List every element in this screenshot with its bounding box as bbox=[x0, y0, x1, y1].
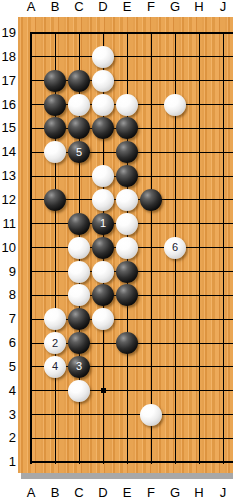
stone-black-D15 bbox=[92, 117, 114, 139]
bottom-col-label-A: A bbox=[23, 486, 39, 500]
grid-hline-1 bbox=[30, 461, 233, 463]
bottom-col-label-G: G bbox=[167, 486, 183, 500]
stone-black-E13 bbox=[116, 165, 138, 187]
stone-white-C8 bbox=[68, 284, 90, 306]
grid-hline-18 bbox=[30, 56, 233, 57]
stone-black-C5: 3 bbox=[68, 356, 90, 378]
grid-vline-H bbox=[199, 32, 200, 464]
row-label-2: 2 bbox=[0, 431, 16, 445]
top-col-label-G: G bbox=[167, 0, 183, 14]
go-board[interactable]: 516243 bbox=[18, 17, 233, 473]
stone-white-D9 bbox=[92, 261, 114, 283]
board-drop-shadow bbox=[21, 473, 233, 479]
bottom-col-label-D: D bbox=[95, 486, 111, 500]
top-col-label-F: F bbox=[143, 0, 159, 14]
top-col-label-B: B bbox=[47, 0, 63, 14]
move-number-1: 1 bbox=[100, 218, 106, 229]
stone-white-D16 bbox=[92, 94, 114, 116]
stone-white-B5: 4 bbox=[44, 356, 66, 378]
row-label-9: 9 bbox=[0, 265, 16, 279]
row-label-19: 19 bbox=[0, 26, 16, 40]
row-label-8: 8 bbox=[0, 288, 16, 302]
move-number-4: 4 bbox=[52, 361, 58, 372]
stone-white-E11 bbox=[116, 213, 138, 235]
top-col-label-E: E bbox=[119, 0, 135, 14]
stone-black-E8 bbox=[116, 284, 138, 306]
top-col-label-C: C bbox=[71, 0, 87, 14]
grid-hline-4 bbox=[30, 390, 233, 391]
go-diagram: 516243 AABBCCDDEEFFGGHHJJ191817161514131… bbox=[0, 0, 233, 500]
row-label-10: 10 bbox=[0, 241, 16, 255]
move-number-2: 2 bbox=[52, 338, 58, 349]
stone-white-C9 bbox=[68, 261, 90, 283]
stone-white-B7 bbox=[44, 308, 66, 330]
bottom-col-label-H: H bbox=[191, 486, 207, 500]
row-label-16: 16 bbox=[0, 98, 16, 112]
stone-black-C7 bbox=[68, 308, 90, 330]
stone-white-G16 bbox=[164, 94, 186, 116]
bottom-col-label-C: C bbox=[71, 486, 87, 500]
star-point-D4 bbox=[101, 388, 106, 393]
stone-black-B16 bbox=[44, 94, 66, 116]
stone-black-F12 bbox=[140, 189, 162, 211]
top-col-label-H: H bbox=[191, 0, 207, 14]
grid-hline-3 bbox=[30, 414, 233, 415]
stone-black-C6 bbox=[68, 332, 90, 354]
stone-black-D10 bbox=[92, 237, 114, 259]
row-label-7: 7 bbox=[0, 312, 16, 326]
stone-white-G10: 6 bbox=[164, 237, 186, 259]
stone-white-E12 bbox=[116, 189, 138, 211]
row-label-6: 6 bbox=[0, 336, 16, 350]
stone-white-C10 bbox=[68, 237, 90, 259]
stone-black-B15 bbox=[44, 117, 66, 139]
stone-white-E10 bbox=[116, 237, 138, 259]
stone-black-E15 bbox=[116, 117, 138, 139]
row-label-17: 17 bbox=[0, 74, 16, 88]
stone-black-D11: 1 bbox=[92, 213, 114, 235]
stone-black-C17 bbox=[68, 70, 90, 92]
row-label-14: 14 bbox=[0, 145, 16, 159]
bottom-col-label-B: B bbox=[47, 486, 63, 500]
grid-vline-J bbox=[223, 32, 224, 464]
stone-black-B17 bbox=[44, 70, 66, 92]
stone-black-C14: 5 bbox=[68, 141, 90, 163]
stone-black-D8 bbox=[92, 284, 114, 306]
grid-vline-F bbox=[151, 32, 152, 464]
stone-black-E6 bbox=[116, 332, 138, 354]
row-label-13: 13 bbox=[0, 169, 16, 183]
stone-white-C4 bbox=[68, 380, 90, 402]
stone-white-D7 bbox=[92, 308, 114, 330]
stone-white-C16 bbox=[68, 94, 90, 116]
row-label-3: 3 bbox=[0, 408, 16, 422]
stone-white-D17 bbox=[92, 70, 114, 92]
grid-vline-A bbox=[30, 32, 32, 464]
stone-white-D12 bbox=[92, 189, 114, 211]
row-label-1: 1 bbox=[0, 455, 16, 469]
stone-black-B12 bbox=[44, 189, 66, 211]
row-label-11: 11 bbox=[0, 217, 16, 231]
top-col-label-A: A bbox=[23, 0, 39, 14]
stone-white-B14 bbox=[44, 141, 66, 163]
move-number-3: 3 bbox=[76, 361, 82, 372]
bottom-col-label-E: E bbox=[119, 486, 135, 500]
grid-hline-19 bbox=[30, 32, 233, 34]
row-label-4: 4 bbox=[0, 384, 16, 398]
bottom-col-label-J: J bbox=[215, 486, 231, 500]
grid-hline-2 bbox=[30, 438, 233, 439]
top-col-label-D: D bbox=[95, 0, 111, 14]
stone-black-E14 bbox=[116, 141, 138, 163]
stone-white-D13 bbox=[92, 165, 114, 187]
stone-black-C11 bbox=[68, 213, 90, 235]
row-label-5: 5 bbox=[0, 360, 16, 374]
row-label-15: 15 bbox=[0, 121, 16, 135]
bottom-col-label-F: F bbox=[143, 486, 159, 500]
stone-white-B6: 2 bbox=[44, 332, 66, 354]
top-col-label-J: J bbox=[215, 0, 231, 14]
row-label-18: 18 bbox=[0, 50, 16, 64]
stone-black-E9 bbox=[116, 261, 138, 283]
move-number-5: 5 bbox=[76, 147, 82, 158]
move-number-6: 6 bbox=[172, 242, 178, 253]
stone-white-F3 bbox=[140, 404, 162, 426]
stone-black-C15 bbox=[68, 117, 90, 139]
stone-white-E16 bbox=[116, 94, 138, 116]
stone-white-D18 bbox=[92, 46, 114, 68]
row-label-12: 12 bbox=[0, 193, 16, 207]
